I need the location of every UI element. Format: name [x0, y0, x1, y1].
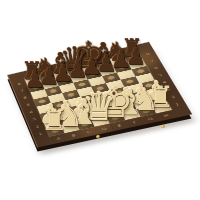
file-label: B: [71, 133, 76, 137]
file-label: H: [163, 114, 169, 118]
rank-label: 4: [29, 110, 34, 114]
file-label: G: [147, 117, 153, 121]
file-label: A: [56, 137, 61, 141]
rank-label: 7: [149, 59, 154, 62]
piece-white-rook[interactable]: ♜: [41, 106, 67, 135]
rank-label: 1: [175, 103, 181, 107]
piece-black-pawn[interactable]: ♟: [25, 67, 46, 90]
rank-label: 6: [23, 96, 28, 99]
rank-label: 3: [32, 117, 37, 121]
chess-set-photo: ✽✽✽✽✽✽✽✽✽✽✽✽✽✽✽✽✽✽✽✽✽✽✽✽✽✽✽✽✽✽✽✽ AABBCCD…: [0, 0, 200, 200]
rank-label: 6: [153, 66, 158, 70]
rank-label: 5: [26, 103, 31, 107]
